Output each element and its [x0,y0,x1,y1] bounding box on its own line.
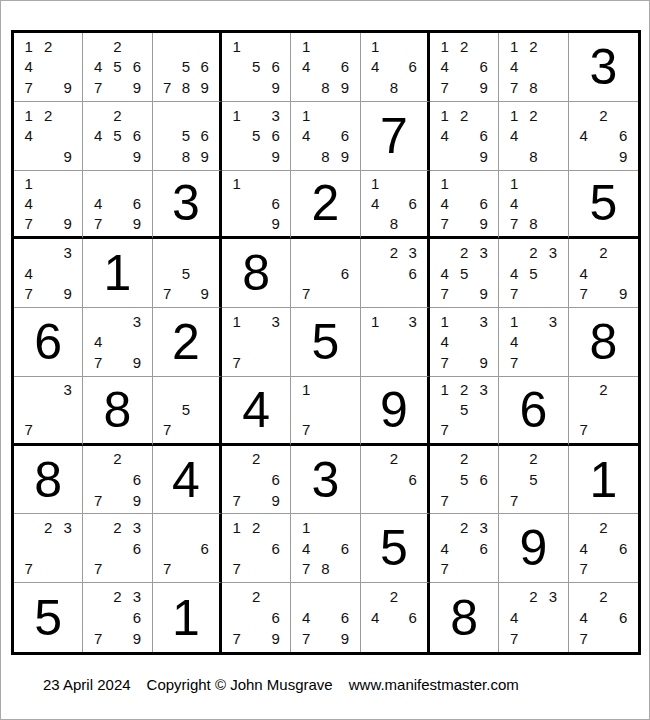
placed-digit: 5 [380,523,408,573]
sudoku-cell-r7c9[interactable]: 1 [569,446,638,515]
sudoku-cell-r7c2[interactable]: 2679 [83,446,152,515]
pencil-mark: 4 [296,538,315,559]
pencil-marks: 17 [291,377,359,443]
sudoku-cell-r3c7[interactable]: 14679 [430,171,499,240]
pencil-marks: 13 [361,308,427,376]
pencil-mark: 1 [227,105,246,126]
sudoku-cell-r8c1[interactable]: 237 [14,514,83,583]
pencil-mark: 6 [127,538,146,559]
sudoku-cell-r7c4[interactable]: 2679 [222,446,291,515]
pencil-mark: 5 [176,400,195,420]
sudoku-cell-r8c4[interactable]: 1267 [222,514,291,583]
pencil-marks: 57 [153,377,219,443]
pencil-marks: 2679 [83,446,151,514]
pencil-mark: 2 [454,517,473,538]
pencil-mark: 2 [246,517,265,538]
sudoku-cell-r2c6[interactable]: 7 [361,102,430,171]
pencil-mark: 9 [127,352,146,373]
pencil-marks: 14678 [291,514,359,582]
pencil-marks: 1249 [14,102,82,170]
pencil-mark: 6 [613,607,633,628]
pencil-mark: 4 [504,193,523,213]
pencil-marks: 2367 [83,514,151,582]
pencil-marks: 56789 [153,33,219,101]
sudoku-cell-r2c2[interactable]: 24569 [83,102,152,171]
sudoku-cell-r3c2[interactable]: 4679 [83,171,152,240]
pencil-mark: 1 [227,311,246,332]
pencil-marks: 23457 [499,239,567,307]
pencil-mark: 5 [454,263,473,284]
pencil-mark: 7 [88,490,107,511]
pencil-marks: 1479 [14,171,82,237]
pencil-marks: 2467 [569,514,638,582]
pencil-mark: 4 [435,332,454,353]
pencil-mark: 2 [454,449,473,470]
pencil-mark: 2 [384,586,403,607]
pencil-mark: 7 [504,352,523,373]
website-link[interactable]: www.manifestmaster.com [349,676,519,693]
pencil-mark: 1 [227,517,246,538]
pencil-mark: 7 [227,559,246,580]
sudoku-cell-r3c6[interactable]: 1468 [361,171,430,240]
pencil-mark: 7 [227,352,246,373]
pencil-mark: 5 [454,400,473,420]
sudoku-cell-r2c4[interactable]: 13569 [222,102,291,171]
sudoku-cell-r7c3[interactable]: 4 [153,446,222,515]
sudoku-cell-r6c6[interactable]: 9 [361,377,430,446]
pencil-mark: 9 [195,146,214,167]
pencil-mark: 7 [88,628,107,649]
sudoku-cell-r8c5[interactable]: 14678 [291,514,360,583]
sudoku-cell-r3c8[interactable]: 1478 [499,171,568,240]
pencil-mark: 8 [176,146,195,167]
pencil-mark: 2 [38,105,57,126]
pencil-mark: 8 [316,77,335,98]
pencil-mark: 3 [266,311,285,332]
sudoku-cell-r3c9[interactable]: 5 [569,171,638,240]
sudoku-cell-r6c8[interactable]: 6 [499,377,568,446]
sudoku-cell-r7c5[interactable]: 3 [291,446,360,515]
sudoku-cell-r7c6[interactable]: 26 [361,446,430,515]
placed-digit: 3 [312,455,340,505]
sudoku-cell-r1c7[interactable]: 124679 [430,33,499,102]
pencil-mark: 1 [435,311,454,332]
sudoku-cell-r1c3[interactable]: 56789 [153,33,222,102]
pencil-mark: 6 [195,57,214,78]
pencil-mark: 1 [435,174,454,194]
pencil-mark: 2 [524,586,543,607]
placed-digit: 2 [172,317,200,367]
sudoku-cell-r8c2[interactable]: 2367 [83,514,152,583]
sudoku-cell-r5c5[interactable]: 5 [291,308,360,377]
pencil-mark: 9 [266,213,285,233]
pencil-mark: 8 [524,77,543,98]
sudoku-cell-r9c2[interactable]: 23679 [83,583,152,652]
pencil-mark: 4 [435,538,454,559]
pencil-mark: 7 [504,284,523,305]
pencil-mark: 3 [543,242,562,263]
sudoku-cell-r4c7[interactable]: 234579 [430,239,499,308]
sudoku-cell-r6c3[interactable]: 57 [153,377,222,446]
pencil-mark: 5 [176,125,195,146]
sudoku-cell-r5c4[interactable]: 137 [222,308,291,377]
pencil-mark: 2 [524,36,543,57]
placed-digit: 7 [380,111,408,161]
sudoku-cell-r6c1[interactable]: 37 [14,377,83,446]
pencil-mark: 7 [296,284,315,305]
pencil-marks: 2347 [499,583,567,652]
pencil-mark: 2 [384,242,403,263]
pencil-mark: 7 [574,628,594,649]
pencil-mark: 7 [88,559,107,580]
pencil-marks: 24569 [83,102,151,170]
pencil-mark: 8 [316,559,335,580]
pencil-mark: 8 [176,77,195,98]
pencil-marks: 245679 [83,33,151,101]
pencil-marks: 2679 [222,446,290,514]
pencil-mark: 1 [504,36,523,57]
pencil-mark: 2 [593,380,613,400]
pencil-mark: 3 [127,517,146,538]
pencil-mark: 1 [296,517,315,538]
pencil-mark: 9 [335,77,354,98]
pencil-mark: 7 [158,420,177,440]
pencil-mark: 7 [435,77,454,98]
pencil-mark: 8 [524,146,543,167]
pencil-marks: 236 [361,239,427,307]
pencil-mark: 4 [296,125,315,146]
sudoku-cell-r2c5[interactable]: 14689 [291,102,360,171]
pencil-mark: 7 [158,284,177,305]
pencil-mark: 6 [474,538,493,559]
pencil-mark: 2 [38,36,57,57]
pencil-marks: 12479 [14,33,82,101]
pencil-mark: 9 [127,77,146,98]
pencil-marks: 137 [222,308,290,376]
sudoku-cell-r9c9[interactable]: 2467 [569,583,638,652]
pencil-marks: 1347 [499,308,567,376]
pencil-mark: 6 [403,469,422,490]
pencil-mark: 9 [127,146,146,167]
pencil-mark: 7 [574,420,594,440]
pencil-mark: 7 [19,213,38,233]
sudoku-cell-r8c9[interactable]: 2467 [569,514,638,583]
pencil-marks: 2469 [569,102,638,170]
sudoku-cell-r1c5[interactable]: 14689 [291,33,360,102]
pencil-mark: 2 [108,449,127,470]
sudoku-cell-r5c1[interactable]: 6 [14,308,83,377]
pencil-mark: 4 [574,538,594,559]
sudoku-cell-r6c9[interactable]: 27 [569,377,638,446]
sudoku-cell-r4c1[interactable]: 3479 [14,239,83,308]
sudoku-cell-r5c9[interactable]: 8 [569,308,638,377]
sudoku-cell-r7c7[interactable]: 2567 [430,446,499,515]
pencil-mark: 1 [227,174,246,194]
sudoku-cell-r5c6[interactable]: 13 [361,308,430,377]
pencil-mark: 9 [58,146,77,167]
pencil-mark: 3 [474,311,493,332]
sudoku-cell-r8c8[interactable]: 9 [499,514,568,583]
pencil-marks: 67 [153,514,219,582]
sudoku-cell-r6c5[interactable]: 17 [291,377,360,446]
pencil-mark: 7 [504,77,523,98]
pencil-marks: 579 [153,239,219,307]
pencil-mark: 9 [127,213,146,233]
pencil-mark: 3 [266,105,285,126]
sudoku-cell-r2c3[interactable]: 5689 [153,102,222,171]
pencil-marks: 12478 [499,33,567,101]
sudoku-cell-r1c4[interactable]: 1569 [222,33,291,102]
pencil-mark: 7 [296,628,315,649]
pencil-mark: 4 [435,193,454,213]
sudoku-cell-r9c3[interactable]: 1 [153,583,222,652]
pencil-marks: 169 [222,171,290,237]
sudoku-cell-r8c7[interactable]: 23467 [430,514,499,583]
sudoku-cell-r1c2[interactable]: 245679 [83,33,152,102]
pencil-mark: 3 [58,380,77,400]
pencil-mark: 5 [246,57,265,78]
pencil-mark: 6 [403,607,422,628]
pencil-mark: 6 [613,538,633,559]
pencil-marks: 1478 [499,171,567,237]
pencil-mark: 6 [266,125,285,146]
pencil-mark: 4 [435,125,454,146]
sudoku-cell-r4c4[interactable]: 8 [222,239,291,308]
pencil-mark: 2 [384,449,403,470]
placed-digit: 4 [172,455,200,505]
pencil-mark: 6 [127,607,146,628]
pencil-mark: 6 [127,469,146,490]
sudoku-cell-r2c8[interactable]: 1248 [499,102,568,171]
sudoku-cell-r1c6[interactable]: 1468 [361,33,430,102]
pencil-marks: 3479 [14,239,82,307]
pencil-mark: 9 [266,146,285,167]
pencil-marks: 2567 [430,446,498,514]
pencil-mark: 4 [88,125,107,146]
pencil-mark: 3 [474,242,493,263]
placed-digit: 2 [312,178,340,228]
pencil-mark: 4 [19,125,38,146]
sudoku-cell-r2c7[interactable]: 12469 [430,102,499,171]
pencil-marks: 257 [499,446,567,514]
pencil-mark: 2 [524,105,543,126]
pencil-mark: 7 [435,420,454,440]
sudoku-board: 1247924567956789156914689146812467912478… [11,30,641,655]
pencil-mark: 7 [504,213,523,233]
sudoku-cell-r7c1[interactable]: 8 [14,446,83,515]
pencil-marks: 12469 [430,102,498,170]
pencil-mark: 6 [403,263,422,284]
pencil-mark: 1 [227,36,246,57]
pencil-mark: 3 [127,311,146,332]
pencil-mark: 6 [127,57,146,78]
pencil-mark: 9 [474,77,493,98]
pencil-mark: 7 [574,559,594,580]
pencil-mark: 5 [454,469,473,490]
pencil-mark: 9 [58,213,77,233]
pencil-mark: 7 [435,284,454,305]
pencil-mark: 2 [593,105,613,126]
placed-digit: 8 [450,593,478,643]
pencil-mark: 8 [524,213,543,233]
pencil-mark: 9 [58,77,77,98]
pencil-mark: 4 [19,193,38,213]
sudoku-cell-r9c6[interactable]: 246 [361,583,430,652]
sudoku-cell-r5c8[interactable]: 1347 [499,308,568,377]
placed-digit: 9 [520,523,548,573]
pencil-mark: 7 [296,420,315,440]
sudoku-cell-r9c7[interactable]: 8 [430,583,499,652]
sudoku-cell-r5c2[interactable]: 3479 [83,308,152,377]
pencil-mark: 7 [504,490,523,511]
pencil-marks: 1267 [222,514,290,582]
placed-digit: 6 [34,317,62,367]
placed-digit: 5 [34,593,62,643]
pencil-mark: 6 [335,263,354,284]
pencil-mark: 1 [296,36,315,57]
pencil-mark: 1 [19,105,38,126]
pencil-marks: 4679 [291,583,359,652]
pencil-marks: 1248 [499,102,567,170]
pencil-mark: 7 [19,284,38,305]
pencil-mark: 6 [195,125,214,146]
pencil-mark: 9 [613,146,633,167]
pencil-marks: 37 [14,377,82,443]
pencil-mark: 1 [504,311,523,332]
placed-digit: 4 [242,385,270,435]
pencil-mark: 9 [127,628,146,649]
pencil-mark: 7 [88,213,107,233]
pencil-mark: 1 [296,380,315,400]
pencil-mark: 8 [384,77,403,98]
pencil-mark: 5 [246,125,265,146]
sudoku-cell-r4c5[interactable]: 67 [291,239,360,308]
sudoku-cell-r4c9[interactable]: 2479 [569,239,638,308]
pencil-mark: 7 [158,559,177,580]
placed-digit: 5 [589,178,617,228]
sudoku-cell-r7c8[interactable]: 257 [499,446,568,515]
placed-digit: 9 [380,385,408,435]
pencil-marks: 13479 [430,308,498,376]
sudoku-cell-r9c4[interactable]: 2679 [222,583,291,652]
pencil-mark: 6 [335,538,354,559]
sudoku-cell-r8c3[interactable]: 67 [153,514,222,583]
sudoku-cell-r2c1[interactable]: 1249 [14,102,83,171]
pencil-mark: 7 [435,559,454,580]
pencil-marks: 246 [361,583,427,652]
sudoku-cell-r9c8[interactable]: 2347 [499,583,568,652]
sudoku-cell-r6c2[interactable]: 8 [83,377,152,446]
pencil-marks: 2467 [569,583,638,652]
sudoku-cell-r8c6[interactable]: 5 [361,514,430,583]
pencil-mark: 6 [335,57,354,78]
pencil-mark: 6 [266,469,285,490]
placed-digit: 1 [172,593,200,643]
pencil-mark: 1 [435,36,454,57]
pencil-mark: 9 [195,284,214,305]
pencil-mark: 7 [504,628,523,649]
pencil-mark: 4 [574,125,594,146]
pencil-mark: 8 [316,146,335,167]
pencil-mark: 9 [266,490,285,511]
sudoku-cell-r6c7[interactable]: 12357 [430,377,499,446]
pencil-mark: 9 [195,77,214,98]
pencil-mark: 9 [266,77,285,98]
pencil-marks: 23679 [83,583,151,652]
sudoku-cell-r6c4[interactable]: 4 [222,377,291,446]
pencil-mark: 4 [19,263,38,284]
sudoku-cell-r3c5[interactable]: 2 [291,171,360,240]
sudoku-puzzle-page: 1247924567956789156914689146812467912478… [0,0,650,720]
sudoku-cell-r1c8[interactable]: 12478 [499,33,568,102]
placed-digit: 8 [589,317,617,367]
sudoku-cell-r9c1[interactable]: 5 [14,583,83,652]
sudoku-cell-r1c9[interactable]: 3 [569,33,638,102]
sudoku-cell-r5c7[interactable]: 13479 [430,308,499,377]
pencil-mark: 2 [246,449,265,470]
pencil-mark: 5 [108,125,127,146]
pencil-mark: 2 [454,242,473,263]
placed-digit: 8 [242,248,270,298]
pencil-marks: 234579 [430,239,498,307]
sudoku-cell-r4c2[interactable]: 1 [83,239,152,308]
pencil-mark: 6 [335,607,354,628]
sudoku-cell-r3c1[interactable]: 1479 [14,171,83,240]
pencil-mark: 2 [524,242,543,263]
pencil-mark: 7 [574,284,594,305]
pencil-marks: 124679 [430,33,498,101]
pencil-mark: 6 [127,193,146,213]
sudoku-cell-r3c3[interactable]: 3 [153,171,222,240]
pencil-mark: 6 [474,125,493,146]
pencil-mark: 9 [335,628,354,649]
pencil-marks: 1569 [222,33,290,101]
placed-digit: 3 [172,178,200,228]
pencil-mark: 3 [474,517,493,538]
pencil-mark: 7 [435,490,454,511]
pencil-mark: 4 [435,57,454,78]
pencil-mark: 2 [593,586,613,607]
pencil-marks: 2479 [569,239,638,307]
pencil-mark: 2 [524,449,543,470]
placed-digit: 5 [312,317,340,367]
pencil-mark: 2 [108,36,127,57]
pencil-mark: 4 [504,125,523,146]
sudoku-cell-r9c5[interactable]: 4679 [291,583,360,652]
sudoku-cell-r4c6[interactable]: 236 [361,239,430,308]
pencil-mark: 1 [504,174,523,194]
pencil-mark: 9 [474,146,493,167]
pencil-mark: 7 [435,352,454,373]
sudoku-cell-r4c3[interactable]: 579 [153,239,222,308]
pencil-mark: 6 [613,125,633,146]
pencil-mark: 1 [366,174,385,194]
sudoku-cell-r5c3[interactable]: 2 [153,308,222,377]
pencil-mark: 5 [524,469,543,490]
pencil-marks: 12357 [430,377,498,443]
pencil-marks: 23467 [430,514,498,582]
sudoku-cell-r2c9[interactable]: 2469 [569,102,638,171]
copyright-text: Copyright © John Musgrave [147,676,333,693]
pencil-mark: 6 [403,193,422,213]
sudoku-cell-r4c8[interactable]: 23457 [499,239,568,308]
pencil-mark: 2 [454,380,473,400]
placed-digit: 3 [589,42,617,92]
sudoku-cell-r3c4[interactable]: 169 [222,171,291,240]
pencil-mark: 2 [454,36,473,57]
sudoku-cell-r1c1[interactable]: 12479 [14,33,83,102]
pencil-mark: 6 [474,469,493,490]
